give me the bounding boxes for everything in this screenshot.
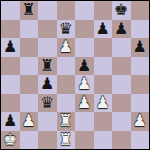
square-c7[interactable] [38, 20, 57, 39]
square-f3[interactable]: ♟ [94, 94, 113, 113]
white-king-a1[interactable]: ♚ [3, 131, 17, 149]
white-rook-d1[interactable]: ♜ [59, 131, 73, 149]
square-a8[interactable] [1, 1, 20, 20]
square-c8[interactable] [38, 1, 57, 20]
black-rook-b8[interactable]: ♜ [22, 1, 36, 19]
square-f2[interactable] [94, 112, 113, 131]
square-g3[interactable] [112, 94, 131, 113]
square-e4[interactable]: ♟ [75, 75, 94, 94]
square-b8[interactable]: ♜ [20, 1, 39, 20]
square-b5[interactable] [20, 57, 39, 76]
square-b1[interactable] [20, 131, 39, 150]
square-b2[interactable]: ♟ [20, 112, 39, 131]
square-h8[interactable] [131, 1, 150, 20]
square-h2[interactable]: ♟ [131, 112, 150, 131]
square-g5[interactable] [112, 57, 131, 76]
square-c2[interactable] [38, 112, 57, 131]
square-h7[interactable] [131, 20, 150, 39]
black-pawn-g7[interactable]: ♟ [114, 20, 128, 38]
square-e7[interactable] [75, 20, 94, 39]
square-g7[interactable]: ♟ [112, 20, 131, 39]
white-pawn-h2[interactable]: ♟ [133, 112, 147, 130]
square-c6[interactable] [38, 38, 57, 57]
square-b3[interactable] [20, 94, 39, 113]
black-pawn-h6[interactable]: ♟ [133, 38, 147, 56]
square-e3[interactable]: ♟ [75, 94, 94, 113]
square-d7[interactable]: ♛ [57, 20, 76, 39]
white-pawn-d6[interactable]: ♟ [59, 38, 73, 56]
square-a7[interactable] [1, 20, 20, 39]
square-d3[interactable] [57, 94, 76, 113]
white-pawn-f3[interactable]: ♟ [96, 94, 110, 112]
square-e8[interactable] [75, 1, 94, 20]
square-d1[interactable]: ♜ [57, 131, 76, 150]
square-e1[interactable] [75, 131, 94, 150]
square-f6[interactable] [94, 38, 113, 57]
square-e5[interactable]: ♟ [75, 57, 94, 76]
square-d6[interactable]: ♟ [57, 38, 76, 57]
square-b4[interactable] [20, 75, 39, 94]
square-d5[interactable] [57, 57, 76, 76]
black-pawn-a2[interactable]: ♟ [3, 112, 17, 130]
square-f5[interactable] [94, 57, 113, 76]
square-c3[interactable]: ♛ [38, 94, 57, 113]
square-g8[interactable]: ♚ [112, 1, 131, 20]
square-a2[interactable]: ♟ [1, 112, 20, 131]
square-c5[interactable]: ♜ [38, 57, 57, 76]
black-queen-d7[interactable]: ♛ [59, 20, 73, 38]
square-a1[interactable]: ♚ [1, 131, 20, 150]
square-b7[interactable] [20, 20, 39, 39]
black-pawn-c4[interactable]: ♟ [40, 75, 54, 93]
square-e6[interactable] [75, 38, 94, 57]
white-pawn-b2[interactable]: ♟ [22, 112, 36, 130]
square-g6[interactable] [112, 38, 131, 57]
square-g1[interactable] [112, 131, 131, 150]
square-a3[interactable] [1, 94, 20, 113]
square-a6[interactable]: ♟ [1, 38, 20, 57]
square-b6[interactable] [20, 38, 39, 57]
square-g4[interactable] [112, 75, 131, 94]
square-g2[interactable] [112, 112, 131, 131]
square-h4[interactable] [131, 75, 150, 94]
square-f8[interactable] [94, 1, 113, 20]
square-a5[interactable] [1, 57, 20, 76]
square-c1[interactable] [38, 131, 57, 150]
chess-board: ♜♚♛♟♟♟♟♟♜♟♟♟♛♟♟♟♟♜♟♚♜ [1, 1, 149, 149]
square-d4[interactable] [57, 75, 76, 94]
square-e2[interactable] [75, 112, 94, 131]
square-f1[interactable] [94, 131, 113, 150]
square-d2[interactable]: ♜ [57, 112, 76, 131]
square-h1[interactable] [131, 131, 150, 150]
black-king-g8[interactable]: ♚ [114, 1, 128, 19]
square-a4[interactable] [1, 75, 20, 94]
square-h3[interactable] [131, 94, 150, 113]
white-pawn-e4[interactable]: ♟ [77, 75, 91, 93]
black-pawn-a6[interactable]: ♟ [3, 38, 17, 56]
black-rook-c5[interactable]: ♜ [40, 57, 54, 75]
square-c4[interactable]: ♟ [38, 75, 57, 94]
square-f4[interactable] [94, 75, 113, 94]
square-h5[interactable] [131, 57, 150, 76]
black-pawn-e5[interactable]: ♟ [77, 57, 91, 75]
black-pawn-f7[interactable]: ♟ [96, 20, 110, 38]
black-queen-c3[interactable]: ♛ [40, 94, 54, 112]
chess-board-frame: ♜♚♛♟♟♟♟♟♜♟♟♟♛♟♟♟♟♜♟♚♜ [0, 0, 150, 150]
white-rook-d2[interactable]: ♜ [59, 112, 73, 130]
square-f7[interactable]: ♟ [94, 20, 113, 39]
white-pawn-e3[interactable]: ♟ [77, 94, 91, 112]
square-d8[interactable] [57, 1, 76, 20]
square-h6[interactable]: ♟ [131, 38, 150, 57]
